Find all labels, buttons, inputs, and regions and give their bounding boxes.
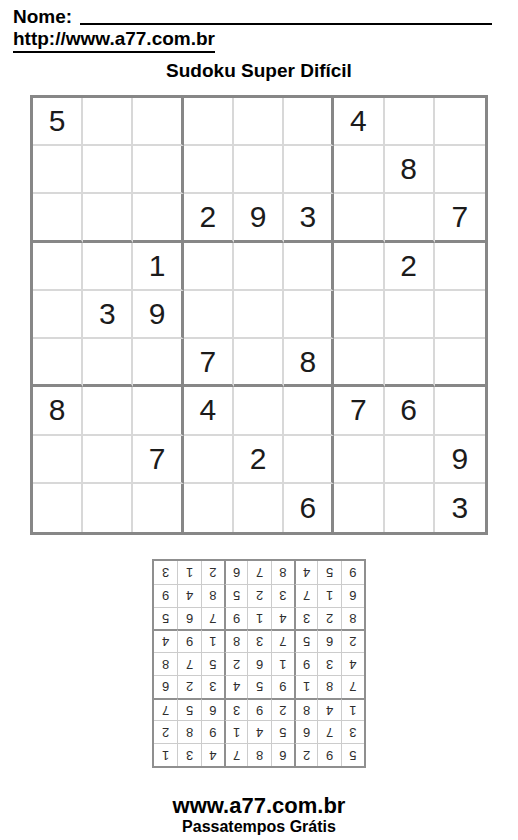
puzzle-empty-cell[interactable] <box>184 436 234 484</box>
puzzle-empty-cell[interactable] <box>234 291 284 339</box>
puzzle-empty-cell[interactable] <box>284 436 334 484</box>
puzzle-empty-cell[interactable] <box>33 339 83 387</box>
solution-cell: 5 <box>177 698 200 721</box>
solution-cell: 4 <box>224 675 247 698</box>
page-title: Sudoku Super Difícil <box>0 60 518 82</box>
puzzle-empty-cell[interactable] <box>334 291 384 339</box>
puzzle-empty-cell[interactable] <box>83 194 133 242</box>
solution-cell: 4 <box>271 607 294 630</box>
puzzle-given-cell: 9 <box>234 194 284 242</box>
name-fill-line[interactable] <box>80 9 492 25</box>
solution-cell: 4 <box>294 561 317 584</box>
puzzle-given-cell: 2 <box>385 243 435 291</box>
puzzle-empty-cell[interactable] <box>33 146 83 194</box>
puzzle-empty-cell[interactable] <box>334 436 384 484</box>
solution-cell: 6 <box>224 561 247 584</box>
solution-cell: 8 <box>154 652 177 675</box>
puzzle-given-cell: 7 <box>184 339 234 387</box>
puzzle-empty-cell[interactable] <box>33 194 83 242</box>
solution-cell: 7 <box>201 607 224 630</box>
solution-cell: 9 <box>224 607 247 630</box>
solution-cell: 5 <box>247 675 270 698</box>
solution-cell: 1 <box>294 675 317 698</box>
puzzle-empty-cell[interactable] <box>435 387 485 435</box>
puzzle-empty-cell[interactable] <box>83 436 133 484</box>
puzzle-empty-cell[interactable] <box>133 146 183 194</box>
solution-cell: 6 <box>317 629 340 652</box>
solution-cell: 8 <box>341 607 364 630</box>
puzzle-empty-cell[interactable] <box>33 484 83 532</box>
solution-cell: 2 <box>341 629 364 652</box>
puzzle-given-cell: 6 <box>385 387 435 435</box>
solution-cell: 8 <box>317 675 340 698</box>
puzzle-empty-cell[interactable] <box>83 339 133 387</box>
puzzle-empty-cell[interactable] <box>284 146 334 194</box>
solution-cell: 1 <box>341 698 364 721</box>
solution-cell: 9 <box>341 561 364 584</box>
solution-cell: 1 <box>201 629 224 652</box>
puzzle-empty-cell[interactable] <box>334 243 384 291</box>
solution-cell: 8 <box>224 629 247 652</box>
solution-cell: 5 <box>317 561 340 584</box>
puzzle-given-cell: 5 <box>33 98 83 146</box>
puzzle-given-cell: 3 <box>435 484 485 532</box>
puzzle-given-cell: 7 <box>133 436 183 484</box>
solution-cell: 9 <box>154 584 177 607</box>
puzzle-empty-cell[interactable] <box>133 387 183 435</box>
solution-cell: 9 <box>271 675 294 698</box>
solution-cell: 4 <box>247 720 270 743</box>
sudoku-solution-grid-rotated: 5926874313765419821482936577819543264391… <box>152 559 366 768</box>
puzzle-given-cell: 7 <box>435 194 485 242</box>
puzzle-empty-cell[interactable] <box>284 243 334 291</box>
puzzle-empty-cell[interactable] <box>133 484 183 532</box>
puzzle-empty-cell[interactable] <box>83 387 133 435</box>
solution-cell: 9 <box>247 698 270 721</box>
solution-cell: 2 <box>317 607 340 630</box>
solution-cell: 6 <box>271 743 294 766</box>
name-label: Nome: <box>13 6 72 28</box>
solution-cell: 1 <box>247 607 270 630</box>
puzzle-empty-cell[interactable] <box>133 339 183 387</box>
puzzle-empty-cell[interactable] <box>284 291 334 339</box>
puzzle-given-cell: 2 <box>184 194 234 242</box>
solution-cell: 2 <box>271 698 294 721</box>
puzzle-given-cell: 8 <box>385 146 435 194</box>
puzzle-empty-cell[interactable] <box>234 146 284 194</box>
solution-cell: 6 <box>177 607 200 630</box>
puzzle-empty-cell[interactable] <box>184 291 234 339</box>
solution-cell: 5 <box>341 743 364 766</box>
name-row: Nome: <box>13 6 492 28</box>
puzzle-empty-cell[interactable] <box>234 387 284 435</box>
solution-cell: 3 <box>201 675 224 698</box>
puzzle-empty-cell[interactable] <box>33 291 83 339</box>
puzzle-empty-cell[interactable] <box>133 194 183 242</box>
puzzle-empty-cell[interactable] <box>334 146 384 194</box>
solution-cell: 9 <box>294 652 317 675</box>
solution-cell: 1 <box>154 743 177 766</box>
solution-cell: 6 <box>294 720 317 743</box>
solution-cell: 7 <box>317 720 340 743</box>
solution-cell: 6 <box>247 652 270 675</box>
solution-cell: 8 <box>247 743 270 766</box>
footer-site: www.a77.com.br <box>0 793 518 819</box>
sudoku-puzzle-grid: 5482937123978847672963 <box>30 95 488 535</box>
solution-cell: 6 <box>201 698 224 721</box>
puzzle-given-cell: 7 <box>334 387 384 435</box>
solution-cell: 7 <box>341 675 364 698</box>
puzzle-empty-cell[interactable] <box>33 436 83 484</box>
solution-cell: 3 <box>294 607 317 630</box>
solution-cell: 3 <box>177 743 200 766</box>
solution-cell: 1 <box>224 720 247 743</box>
solution-cell: 4 <box>154 629 177 652</box>
puzzle-given-cell: 8 <box>33 387 83 435</box>
footer-tagline: Passatempos Grátis <box>0 818 518 836</box>
solution-cell: 4 <box>177 584 200 607</box>
puzzle-given-cell: 1 <box>133 243 183 291</box>
puzzle-empty-cell[interactable] <box>184 146 234 194</box>
solution-cell: 1 <box>177 561 200 584</box>
puzzle-empty-cell[interactable] <box>284 387 334 435</box>
solution-cell: 6 <box>154 675 177 698</box>
puzzle-empty-cell[interactable] <box>385 339 435 387</box>
puzzle-empty-cell[interactable] <box>184 243 234 291</box>
puzzle-empty-cell[interactable] <box>184 98 234 146</box>
site-url-link[interactable]: http://www.a77.com.br <box>13 28 215 53</box>
puzzle-given-cell: 9 <box>133 291 183 339</box>
puzzle-given-cell: 2 <box>234 436 284 484</box>
solution-cell: 3 <box>341 720 364 743</box>
solution-cell: 7 <box>224 743 247 766</box>
solution-cell: 5 <box>224 584 247 607</box>
puzzle-empty-cell[interactable] <box>435 291 485 339</box>
solution-cell: 4 <box>201 743 224 766</box>
solution-cell: 2 <box>247 584 270 607</box>
solution-cell: 7 <box>294 584 317 607</box>
puzzle-empty-cell[interactable] <box>234 484 284 532</box>
puzzle-empty-cell[interactable] <box>435 243 485 291</box>
puzzle-empty-cell[interactable] <box>385 291 435 339</box>
solution-cell: 4 <box>341 652 364 675</box>
puzzle-empty-cell[interactable] <box>83 98 133 146</box>
puzzle-empty-cell[interactable] <box>83 484 133 532</box>
solution-cell: 2 <box>201 561 224 584</box>
puzzle-empty-cell[interactable] <box>385 98 435 146</box>
puzzle-empty-cell[interactable] <box>385 436 435 484</box>
puzzle-empty-cell[interactable] <box>334 194 384 242</box>
puzzle-empty-cell[interactable] <box>334 484 384 532</box>
puzzle-empty-cell[interactable] <box>33 243 83 291</box>
puzzle-empty-cell[interactable] <box>435 339 485 387</box>
solution-cell: 3 <box>247 629 270 652</box>
puzzle-empty-cell[interactable] <box>284 98 334 146</box>
solution-cell: 7 <box>247 561 270 584</box>
puzzle-given-cell: 9 <box>435 436 485 484</box>
solution-cell: 3 <box>317 652 340 675</box>
solution-cell: 5 <box>271 720 294 743</box>
puzzle-empty-cell[interactable] <box>83 243 133 291</box>
solution-cell: 8 <box>177 720 200 743</box>
solution-cell: 1 <box>317 584 340 607</box>
puzzle-given-cell: 3 <box>83 291 133 339</box>
puzzle-given-cell: 6 <box>284 484 334 532</box>
solution-cell: 5 <box>201 652 224 675</box>
puzzle-empty-cell[interactable] <box>234 243 284 291</box>
solution-cell: 8 <box>201 584 224 607</box>
solution-cell: 3 <box>224 698 247 721</box>
puzzle-empty-cell[interactable] <box>334 339 384 387</box>
solution-cell: 2 <box>154 720 177 743</box>
puzzle-empty-cell[interactable] <box>234 339 284 387</box>
puzzle-empty-cell[interactable] <box>385 484 435 532</box>
solution-cell: 3 <box>154 561 177 584</box>
solution-cell: 7 <box>177 652 200 675</box>
solution-cell: 2 <box>224 652 247 675</box>
solution-cell: 8 <box>271 561 294 584</box>
solution-cell: 2 <box>294 743 317 766</box>
solution-cell: 4 <box>317 698 340 721</box>
puzzle-empty-cell[interactable] <box>184 484 234 532</box>
puzzle-empty-cell[interactable] <box>234 98 284 146</box>
puzzle-empty-cell[interactable] <box>385 194 435 242</box>
puzzle-given-cell: 4 <box>184 387 234 435</box>
puzzle-empty-cell[interactable] <box>133 98 183 146</box>
solution-cell: 6 <box>341 584 364 607</box>
puzzle-empty-cell[interactable] <box>435 98 485 146</box>
solution-cell: 9 <box>201 720 224 743</box>
puzzle-empty-cell[interactable] <box>83 146 133 194</box>
solution-cell: 7 <box>154 698 177 721</box>
solution-cell: 5 <box>294 629 317 652</box>
sudoku-print-page: Nome: http://www.a77.com.br Sudoku Super… <box>0 0 518 840</box>
puzzle-given-cell: 3 <box>284 194 334 242</box>
solution-cell: 9 <box>317 743 340 766</box>
solution-cell: 8 <box>294 698 317 721</box>
solution-cell: 2 <box>177 675 200 698</box>
solution-cell: 1 <box>271 652 294 675</box>
puzzle-given-cell: 4 <box>334 98 384 146</box>
puzzle-empty-cell[interactable] <box>435 146 485 194</box>
solution-cell: 9 <box>177 629 200 652</box>
solution-cell: 5 <box>154 607 177 630</box>
solution-cell: 3 <box>271 584 294 607</box>
puzzle-given-cell: 8 <box>284 339 334 387</box>
solution-cell: 7 <box>271 629 294 652</box>
